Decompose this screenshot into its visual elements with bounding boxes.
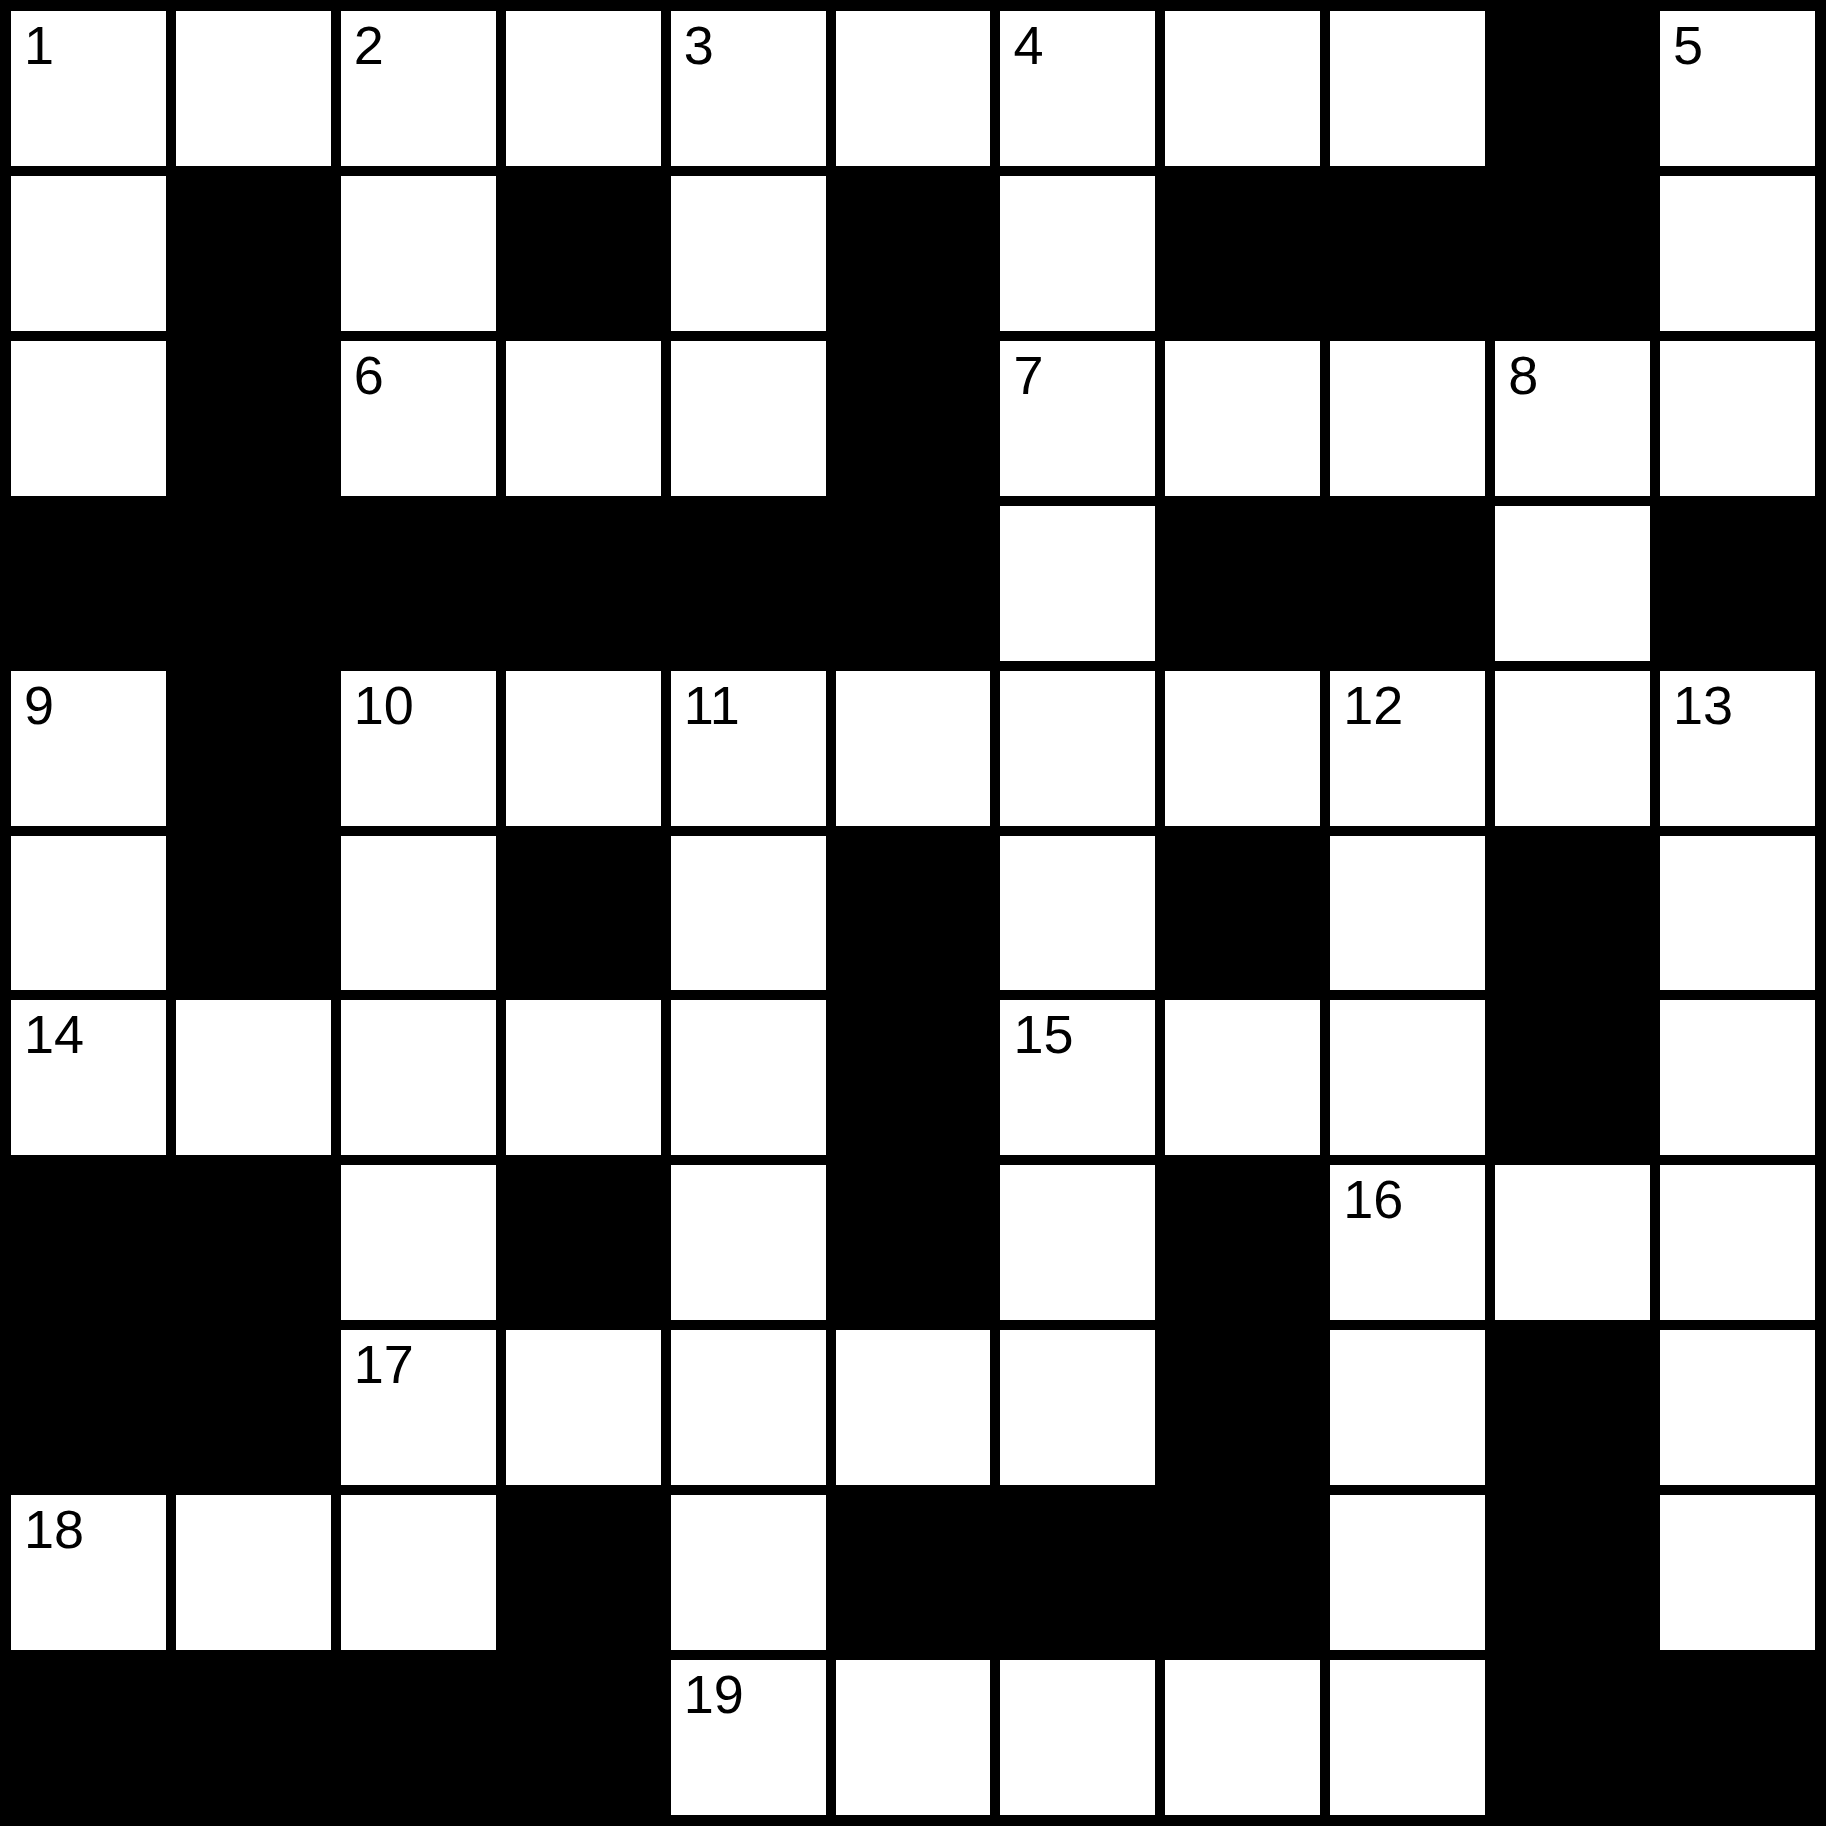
cell-r5c4[interactable] [671,836,826,991]
cell-r2c8[interactable] [1330,341,1485,496]
cell-r0c10[interactable]: 5 [1660,11,1815,166]
cell-r9c4[interactable] [671,1495,826,1650]
cell-r1c0[interactable] [11,176,166,331]
cell-r0c5[interactable] [836,11,991,166]
black-cell-r10c0 [11,1660,166,1815]
cell-r9c0[interactable]: 18 [11,1495,166,1650]
black-cell-r10c9 [1495,1660,1650,1815]
black-cell-r10c2 [341,1660,496,1815]
cell-r1c2[interactable] [341,176,496,331]
clue-number-3: 3 [684,14,714,76]
cell-r1c10[interactable] [1660,176,1815,331]
cell-r3c6[interactable] [1000,506,1155,661]
clue-number-11: 11 [684,674,740,736]
cell-r0c4[interactable]: 3 [671,11,826,166]
black-cell-r2c5 [836,341,991,496]
cell-r2c0[interactable] [11,341,166,496]
cell-r4c2[interactable]: 10 [341,671,496,826]
cell-r5c6[interactable] [1000,836,1155,991]
black-cell-r5c1 [176,836,331,991]
cell-r10c8[interactable] [1330,1660,1485,1815]
black-cell-r3c1 [176,506,331,661]
cell-r8c4[interactable] [671,1330,826,1485]
cell-r0c7[interactable] [1165,11,1320,166]
cell-r8c10[interactable] [1660,1330,1815,1485]
cell-r2c10[interactable] [1660,341,1815,496]
clue-number-8: 8 [1508,344,1538,406]
cell-r7c6[interactable] [1000,1165,1155,1320]
clue-number-4: 4 [1013,14,1043,76]
black-cell-r9c3 [506,1495,661,1650]
black-cell-r4c1 [176,671,331,826]
cell-r4c10[interactable]: 13 [1660,671,1815,826]
black-cell-r10c1 [176,1660,331,1815]
cell-r4c8[interactable]: 12 [1330,671,1485,826]
cell-r9c2[interactable] [341,1495,496,1650]
cell-r4c5[interactable] [836,671,991,826]
black-cell-r1c7 [1165,176,1320,331]
black-cell-r3c8 [1330,506,1485,661]
clue-number-2: 2 [354,14,384,76]
black-cell-r0c9 [1495,11,1650,166]
cell-r7c9[interactable] [1495,1165,1650,1320]
clue-number-13: 13 [1673,674,1733,736]
black-cell-r5c9 [1495,836,1650,991]
cell-r1c6[interactable] [1000,176,1155,331]
cell-r3c9[interactable] [1495,506,1650,661]
black-cell-r8c9 [1495,1330,1650,1485]
black-cell-r8c7 [1165,1330,1320,1485]
black-cell-r6c5 [836,1000,991,1155]
cell-r4c6[interactable] [1000,671,1155,826]
black-cell-r5c7 [1165,836,1320,991]
black-cell-r3c7 [1165,506,1320,661]
black-cell-r9c9 [1495,1495,1650,1650]
cell-r2c3[interactable] [506,341,661,496]
black-cell-r7c0 [11,1165,166,1320]
cell-r8c6[interactable] [1000,1330,1155,1485]
cell-r5c2[interactable] [341,836,496,991]
black-cell-r1c8 [1330,176,1485,331]
black-cell-r9c6 [1000,1495,1155,1650]
black-cell-r3c3 [506,506,661,661]
black-cell-r9c7 [1165,1495,1320,1650]
black-cell-r1c3 [506,176,661,331]
black-cell-r3c0 [11,506,166,661]
black-cell-r7c1 [176,1165,331,1320]
cell-r5c10[interactable] [1660,836,1815,991]
clue-number-5: 5 [1673,14,1703,76]
cell-r2c2[interactable]: 6 [341,341,496,496]
cell-r8c8[interactable] [1330,1330,1485,1485]
black-cell-r6c9 [1495,1000,1650,1155]
clue-number-1: 1 [24,14,54,76]
black-cell-r7c3 [506,1165,661,1320]
cell-r10c5[interactable] [836,1660,991,1815]
black-cell-r8c0 [11,1330,166,1485]
black-cell-r3c10 [1660,506,1815,661]
black-cell-r2c1 [176,341,331,496]
clue-number-16: 16 [1343,1168,1403,1230]
black-cell-r7c7 [1165,1165,1320,1320]
black-cell-r3c4 [671,506,826,661]
cell-r8c3[interactable] [506,1330,661,1485]
black-cell-r10c3 [506,1660,661,1815]
cell-r0c6[interactable]: 4 [1000,11,1155,166]
black-cell-r3c5 [836,506,991,661]
cell-r10c4[interactable]: 19 [671,1660,826,1815]
cell-r8c2[interactable]: 17 [341,1330,496,1485]
cell-r6c3[interactable] [506,1000,661,1155]
cell-r7c8[interactable]: 16 [1330,1165,1485,1320]
cell-r2c4[interactable] [671,341,826,496]
cell-r0c2[interactable]: 2 [341,11,496,166]
cell-r4c3[interactable] [506,671,661,826]
clue-number-7: 7 [1013,344,1043,406]
cell-r6c4[interactable] [671,1000,826,1155]
cell-r5c8[interactable] [1330,836,1485,991]
cell-r5c0[interactable] [11,836,166,991]
black-cell-r1c5 [836,176,991,331]
cell-r7c4[interactable] [671,1165,826,1320]
cell-r6c7[interactable] [1165,1000,1320,1155]
black-cell-r8c1 [176,1330,331,1485]
cell-r0c3[interactable] [506,11,661,166]
clue-number-17: 17 [354,1333,414,1395]
cell-r6c8[interactable] [1330,1000,1485,1155]
clue-number-19: 19 [684,1663,744,1725]
black-cell-r1c9 [1495,176,1650,331]
clue-number-9: 9 [24,674,54,736]
cell-r8c5[interactable] [836,1330,991,1485]
cell-r4c9[interactable] [1495,671,1650,826]
cell-r6c1[interactable] [176,1000,331,1155]
black-cell-r1c1 [176,176,331,331]
cell-r1c4[interactable] [671,176,826,331]
cell-r10c7[interactable] [1165,1660,1320,1815]
cell-r0c8[interactable] [1330,11,1485,166]
clue-number-12: 12 [1343,674,1403,736]
black-cell-r3c2 [341,506,496,661]
cell-r6c6[interactable]: 15 [1000,1000,1155,1155]
cell-r6c2[interactable] [341,1000,496,1155]
crossword-grid: 12345678910111213141516171819 [0,0,1826,1826]
black-cell-r9c5 [836,1495,991,1650]
black-cell-r5c3 [506,836,661,991]
black-cell-r10c10 [1660,1660,1815,1815]
black-cell-r5c5 [836,836,991,991]
clue-number-18: 18 [24,1498,84,1560]
cell-r6c10[interactable] [1660,1000,1815,1155]
cell-r4c7[interactable] [1165,671,1320,826]
cell-r2c7[interactable] [1165,341,1320,496]
black-cell-r7c5 [836,1165,991,1320]
clue-number-6: 6 [354,344,384,406]
cell-r2c6[interactable]: 7 [1000,341,1155,496]
clue-number-15: 15 [1013,1003,1073,1065]
clue-number-14: 14 [24,1003,84,1065]
cell-r6c0[interactable]: 14 [11,1000,166,1155]
cell-r0c1[interactable] [176,11,331,166]
cell-r0c0[interactable]: 1 [11,11,166,166]
cell-r7c2[interactable] [341,1165,496,1320]
cell-r9c1[interactable] [176,1495,331,1650]
cell-r2c9[interactable]: 8 [1495,341,1650,496]
cell-r10c6[interactable] [1000,1660,1155,1815]
cell-r4c4[interactable]: 11 [671,671,826,826]
cell-r4c0[interactable]: 9 [11,671,166,826]
cell-r9c8[interactable] [1330,1495,1485,1650]
cell-r7c10[interactable] [1660,1165,1815,1320]
clue-number-10: 10 [354,674,414,736]
cell-r9c10[interactable] [1660,1495,1815,1650]
